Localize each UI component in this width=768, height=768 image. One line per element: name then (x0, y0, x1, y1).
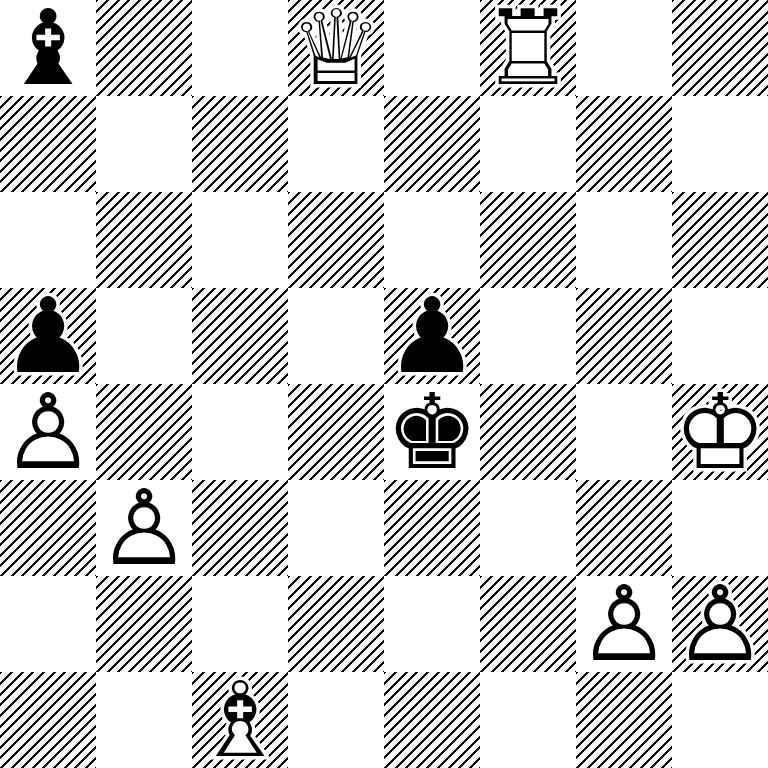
square-e1[interactable] (384, 672, 480, 768)
square-d6[interactable] (288, 192, 384, 288)
square-a2[interactable] (0, 576, 96, 672)
square-g5[interactable] (576, 288, 672, 384)
piece-glyph: ♙ (0, 384, 96, 480)
white-rook[interactable]: ♜♖ (480, 0, 576, 96)
white-king[interactable]: ♚♔ (672, 384, 768, 480)
piece-glyph: ♔ (672, 384, 768, 480)
white-pawn[interactable]: ♟♙ (672, 576, 768, 672)
square-h1[interactable] (672, 672, 768, 768)
square-f3[interactable] (480, 480, 576, 576)
square-e7[interactable] (384, 96, 480, 192)
piece-glyph: ♟ (0, 288, 96, 384)
square-a8[interactable]: ♝♝ (0, 0, 96, 96)
square-d5[interactable] (288, 288, 384, 384)
square-c5[interactable] (192, 288, 288, 384)
square-c6[interactable] (192, 192, 288, 288)
white-bishop[interactable]: ♝♗ (192, 672, 288, 768)
piece-glyph: ♟ (384, 288, 480, 384)
piece-glyph: ♖ (480, 0, 576, 96)
square-d4[interactable] (288, 384, 384, 480)
square-c7[interactable] (192, 96, 288, 192)
square-b2[interactable] (96, 576, 192, 672)
square-b8[interactable] (96, 0, 192, 96)
square-a6[interactable] (0, 192, 96, 288)
square-a5[interactable]: ♟♟ (0, 288, 96, 384)
piece-glyph: ♙ (672, 576, 768, 672)
black-king[interactable]: ♚♚ (384, 384, 480, 480)
white-queen[interactable]: ♛♕ (288, 0, 384, 96)
square-h7[interactable] (672, 96, 768, 192)
square-d2[interactable] (288, 576, 384, 672)
square-e5[interactable]: ♟♟ (384, 288, 480, 384)
square-f7[interactable] (480, 96, 576, 192)
square-b4[interactable] (96, 384, 192, 480)
piece-glyph: ♝ (0, 0, 96, 96)
square-e8[interactable] (384, 0, 480, 96)
square-c3[interactable] (192, 480, 288, 576)
square-d1[interactable] (288, 672, 384, 768)
white-pawn[interactable]: ♟♙ (576, 576, 672, 672)
white-pawn[interactable]: ♟♙ (96, 480, 192, 576)
square-b5[interactable] (96, 288, 192, 384)
square-h2[interactable]: ♟♙ (672, 576, 768, 672)
square-f1[interactable] (480, 672, 576, 768)
square-g4[interactable] (576, 384, 672, 480)
square-a3[interactable] (0, 480, 96, 576)
square-h5[interactable] (672, 288, 768, 384)
square-c8[interactable] (192, 0, 288, 96)
square-g2[interactable]: ♟♙ (576, 576, 672, 672)
square-c1[interactable]: ♝♗ (192, 672, 288, 768)
piece-glyph: ♙ (96, 480, 192, 576)
black-pawn[interactable]: ♟♟ (0, 288, 96, 384)
square-b6[interactable] (96, 192, 192, 288)
piece-glyph: ♗ (192, 672, 288, 768)
square-h6[interactable] (672, 192, 768, 288)
square-h4[interactable]: ♚♔ (672, 384, 768, 480)
square-f8[interactable]: ♜♖ (480, 0, 576, 96)
square-d8[interactable]: ♛♕ (288, 0, 384, 96)
square-g1[interactable] (576, 672, 672, 768)
black-bishop[interactable]: ♝♝ (0, 0, 96, 96)
square-f6[interactable] (480, 192, 576, 288)
black-pawn[interactable]: ♟♟ (384, 288, 480, 384)
chess-board: ♝♝♛♕♜♖♟♟♟♟♟♙♚♚♚♔♟♙♟♙♟♙♝♗ (0, 0, 768, 768)
square-c2[interactable] (192, 576, 288, 672)
square-b1[interactable] (96, 672, 192, 768)
square-e2[interactable] (384, 576, 480, 672)
square-a1[interactable] (0, 672, 96, 768)
square-e4[interactable]: ♚♚ (384, 384, 480, 480)
piece-glyph: ♙ (576, 576, 672, 672)
square-h8[interactable] (672, 0, 768, 96)
square-g3[interactable] (576, 480, 672, 576)
square-f5[interactable] (480, 288, 576, 384)
square-a7[interactable] (0, 96, 96, 192)
square-f4[interactable] (480, 384, 576, 480)
square-a4[interactable]: ♟♙ (0, 384, 96, 480)
square-f2[interactable] (480, 576, 576, 672)
white-pawn[interactable]: ♟♙ (0, 384, 96, 480)
square-e6[interactable] (384, 192, 480, 288)
square-g8[interactable] (576, 0, 672, 96)
piece-glyph: ♕ (288, 0, 384, 96)
square-b7[interactable] (96, 96, 192, 192)
piece-glyph: ♚ (384, 384, 480, 480)
square-g7[interactable] (576, 96, 672, 192)
square-d3[interactable] (288, 480, 384, 576)
square-e3[interactable] (384, 480, 480, 576)
square-b3[interactable]: ♟♙ (96, 480, 192, 576)
square-d7[interactable] (288, 96, 384, 192)
square-c4[interactable] (192, 384, 288, 480)
square-h3[interactable] (672, 480, 768, 576)
square-g6[interactable] (576, 192, 672, 288)
